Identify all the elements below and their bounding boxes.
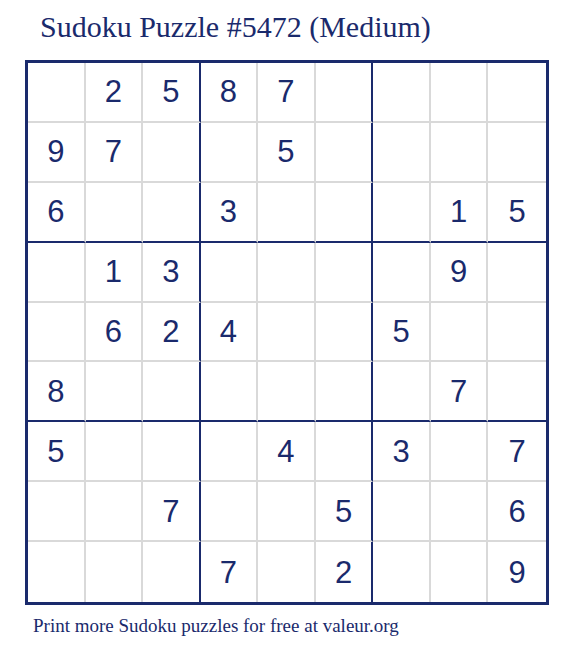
sudoku-cell-r7c2-empty [86, 422, 144, 482]
sudoku-cell-r3c1-given: 6 [28, 183, 86, 243]
sudoku-cell-r9c8-empty [431, 542, 489, 602]
sudoku-cell-r9c7-empty [373, 542, 431, 602]
sudoku-cell-r4c7-empty [373, 243, 431, 303]
sudoku-cell-r4c8-given: 9 [431, 243, 489, 303]
sudoku-cell-r5c4-given: 4 [201, 303, 259, 363]
sudoku-cell-r7c4-empty [201, 422, 259, 482]
sudoku-cell-r5c6-empty [316, 303, 374, 363]
sudoku-board: 258797563151396245875437756729 [25, 60, 549, 605]
footer-text: Print more Sudoku puzzles for free at va… [33, 615, 399, 637]
sudoku-cell-r2c3-empty [143, 123, 201, 183]
sudoku-cell-r2c4-empty [201, 123, 259, 183]
sudoku-cell-r6c3-empty [143, 362, 201, 422]
sudoku-cell-r2c6-empty [316, 123, 374, 183]
sudoku-cell-r1c2-given: 2 [86, 63, 144, 123]
sudoku-cell-r3c7-empty [373, 183, 431, 243]
sudoku-cell-r4c6-empty [316, 243, 374, 303]
sudoku-page: Sudoku Puzzle #5472 (Medium) 25879756315… [0, 0, 574, 651]
sudoku-cell-r6c5-empty [258, 362, 316, 422]
sudoku-cell-r6c7-empty [373, 362, 431, 422]
sudoku-cell-r4c9-empty [488, 243, 546, 303]
sudoku-cell-r5c7-given: 5 [373, 303, 431, 363]
sudoku-cell-r5c2-given: 6 [86, 303, 144, 363]
sudoku-cell-r3c4-given: 3 [201, 183, 259, 243]
sudoku-cell-r5c8-empty [431, 303, 489, 363]
sudoku-cell-r7c6-empty [316, 422, 374, 482]
sudoku-cell-r5c9-empty [488, 303, 546, 363]
sudoku-cell-r8c3-given: 7 [143, 482, 201, 542]
sudoku-cell-r8c1-empty [28, 482, 86, 542]
sudoku-cell-r1c5-given: 7 [258, 63, 316, 123]
sudoku-cell-r2c1-given: 9 [28, 123, 86, 183]
sudoku-cell-r7c1-given: 5 [28, 422, 86, 482]
sudoku-cell-r9c6-given: 2 [316, 542, 374, 602]
sudoku-cell-r2c2-given: 7 [86, 123, 144, 183]
sudoku-cell-r8c7-empty [373, 482, 431, 542]
sudoku-cell-r3c3-empty [143, 183, 201, 243]
sudoku-cell-r6c8-given: 7 [431, 362, 489, 422]
sudoku-cell-r2c7-empty [373, 123, 431, 183]
page-title: Sudoku Puzzle #5472 (Medium) [40, 10, 431, 44]
sudoku-cell-r8c4-empty [201, 482, 259, 542]
sudoku-cell-r6c1-given: 8 [28, 362, 86, 422]
sudoku-cell-r4c1-empty [28, 243, 86, 303]
sudoku-cell-r7c7-given: 3 [373, 422, 431, 482]
sudoku-cell-r3c5-empty [258, 183, 316, 243]
sudoku-cell-r3c8-given: 1 [431, 183, 489, 243]
sudoku-cell-r1c8-empty [431, 63, 489, 123]
sudoku-cell-r5c5-empty [258, 303, 316, 363]
sudoku-cell-r4c3-given: 3 [143, 243, 201, 303]
sudoku-cell-r3c2-empty [86, 183, 144, 243]
sudoku-cell-r4c2-given: 1 [86, 243, 144, 303]
sudoku-cell-r7c5-given: 4 [258, 422, 316, 482]
sudoku-cell-r9c1-empty [28, 542, 86, 602]
sudoku-cell-r9c4-given: 7 [201, 542, 259, 602]
sudoku-cell-r1c3-given: 5 [143, 63, 201, 123]
sudoku-cell-r8c6-given: 5 [316, 482, 374, 542]
sudoku-cell-r7c8-empty [431, 422, 489, 482]
sudoku-cell-r8c5-empty [258, 482, 316, 542]
sudoku-cell-r1c1-empty [28, 63, 86, 123]
sudoku-cell-r9c2-empty [86, 542, 144, 602]
sudoku-cell-r8c9-given: 6 [488, 482, 546, 542]
sudoku-cell-r9c9-given: 9 [488, 542, 546, 602]
sudoku-cell-r8c8-empty [431, 482, 489, 542]
sudoku-cell-r3c9-given: 5 [488, 183, 546, 243]
sudoku-cell-r7c3-empty [143, 422, 201, 482]
sudoku-cell-r9c5-empty [258, 542, 316, 602]
sudoku-cell-r1c7-empty [373, 63, 431, 123]
sudoku-cell-r7c9-given: 7 [488, 422, 546, 482]
sudoku-cell-r4c4-empty [201, 243, 259, 303]
sudoku-cell-r5c3-given: 2 [143, 303, 201, 363]
sudoku-cell-r3c6-empty [316, 183, 374, 243]
sudoku-cell-r4c5-empty [258, 243, 316, 303]
sudoku-cell-r6c2-empty [86, 362, 144, 422]
sudoku-cell-r1c6-empty [316, 63, 374, 123]
sudoku-cell-r1c4-given: 8 [201, 63, 259, 123]
sudoku-cell-r2c8-empty [431, 123, 489, 183]
sudoku-cell-r6c6-empty [316, 362, 374, 422]
sudoku-cell-r6c4-empty [201, 362, 259, 422]
sudoku-cell-r1c9-empty [488, 63, 546, 123]
sudoku-cell-r2c9-empty [488, 123, 546, 183]
sudoku-cell-r9c3-empty [143, 542, 201, 602]
sudoku-cell-r5c1-empty [28, 303, 86, 363]
sudoku-cell-r8c2-empty [86, 482, 144, 542]
sudoku-cell-r2c5-given: 5 [258, 123, 316, 183]
sudoku-cell-r6c9-empty [488, 362, 546, 422]
